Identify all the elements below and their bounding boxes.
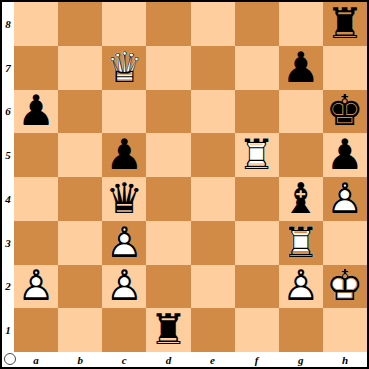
square-e4[interactable]: [191, 177, 235, 221]
file-label-h: h: [323, 352, 367, 367]
square-h2[interactable]: ♚♔: [323, 265, 367, 309]
square-g6[interactable]: [279, 90, 323, 134]
square-f4[interactable]: [235, 177, 279, 221]
piece-white-rook[interactable]: ♜♖: [279, 221, 323, 265]
piece-black-rook[interactable]: ♜: [146, 308, 190, 352]
pawn-glyph: ♟: [14, 90, 58, 134]
square-c8[interactable]: [102, 2, 146, 46]
square-a3[interactable]: [14, 221, 58, 265]
square-e1[interactable]: [191, 308, 235, 352]
file-label-c: c: [102, 352, 146, 367]
square-a5[interactable]: [14, 133, 58, 177]
square-b4[interactable]: [58, 177, 102, 221]
file-label-f: f: [235, 352, 279, 367]
piece-black-pawn[interactable]: ♟: [14, 90, 58, 134]
square-c5[interactable]: ♟: [102, 133, 146, 177]
piece-white-pawn[interactable]: ♟♙: [102, 265, 146, 309]
square-c3[interactable]: ♟♙: [102, 221, 146, 265]
square-g1[interactable]: [279, 308, 323, 352]
square-c6[interactable]: [102, 90, 146, 134]
piece-black-bishop[interactable]: ♝: [279, 177, 323, 221]
square-f2[interactable]: [235, 265, 279, 309]
pawn-outline-glyph: ♙: [102, 221, 146, 265]
square-h8[interactable]: ♜: [323, 2, 367, 46]
file-label-b: b: [58, 352, 102, 367]
rank-label-6: 6: [2, 90, 14, 134]
square-d8[interactable]: [146, 2, 190, 46]
square-f5[interactable]: ♜♖: [235, 133, 279, 177]
file-labels: abcdefgh: [14, 352, 367, 367]
square-e8[interactable]: [191, 2, 235, 46]
square-h3[interactable]: [323, 221, 367, 265]
pawn-glyph: ♟: [323, 133, 367, 177]
square-f3[interactable]: [235, 221, 279, 265]
square-d6[interactable]: [146, 90, 190, 134]
pawn-outline-glyph: ♙: [102, 265, 146, 309]
rook-glyph: ♜: [323, 2, 367, 46]
piece-black-king[interactable]: ♚: [323, 90, 367, 134]
square-d2[interactable]: [146, 265, 190, 309]
file-label-a: a: [14, 352, 58, 367]
square-h5[interactable]: ♟: [323, 133, 367, 177]
square-f1[interactable]: [235, 308, 279, 352]
piece-white-queen[interactable]: ♛♕: [102, 46, 146, 90]
square-h7[interactable]: [323, 46, 367, 90]
square-b7[interactable]: [58, 46, 102, 90]
rank-label-3: 3: [2, 221, 14, 265]
square-c7[interactable]: ♛♕: [102, 46, 146, 90]
square-f8[interactable]: [235, 2, 279, 46]
square-a8[interactable]: [14, 2, 58, 46]
white-to-move-indicator: [4, 353, 16, 365]
rook-glyph: ♜: [146, 308, 190, 352]
piece-black-rook[interactable]: ♜: [323, 2, 367, 46]
piece-white-king[interactable]: ♚♔: [323, 265, 367, 309]
file-label-e: e: [191, 352, 235, 367]
square-e3[interactable]: [191, 221, 235, 265]
square-g8[interactable]: [279, 2, 323, 46]
piece-white-pawn[interactable]: ♟♙: [323, 177, 367, 221]
king-outline-glyph: ♔: [323, 265, 367, 309]
square-e2[interactable]: [191, 265, 235, 309]
square-g3[interactable]: ♜♖: [279, 221, 323, 265]
square-b8[interactable]: [58, 2, 102, 46]
piece-white-pawn[interactable]: ♟♙: [14, 265, 58, 309]
piece-white-pawn[interactable]: ♟♙: [279, 265, 323, 309]
piece-black-pawn[interactable]: ♟: [323, 133, 367, 177]
square-g4[interactable]: ♝: [279, 177, 323, 221]
pawn-glyph: ♟: [102, 133, 146, 177]
pawn-glyph: ♟: [279, 46, 323, 90]
square-a7[interactable]: [14, 46, 58, 90]
square-g5[interactable]: [279, 133, 323, 177]
square-b5[interactable]: [58, 133, 102, 177]
pawn-outline-glyph: ♙: [14, 265, 58, 309]
square-b6[interactable]: [58, 90, 102, 134]
square-e6[interactable]: [191, 90, 235, 134]
square-d1[interactable]: ♜: [146, 308, 190, 352]
file-label-d: d: [146, 352, 190, 367]
rank-label-4: 4: [2, 177, 14, 221]
piece-black-pawn[interactable]: ♟: [279, 46, 323, 90]
square-f6[interactable]: [235, 90, 279, 134]
square-a2[interactable]: ♟♙: [14, 265, 58, 309]
square-d7[interactable]: [146, 46, 190, 90]
piece-black-queen[interactable]: ♛: [102, 177, 146, 221]
file-label-g: g: [279, 352, 323, 367]
rank-label-7: 7: [2, 46, 14, 90]
square-e5[interactable]: [191, 133, 235, 177]
piece-white-rook[interactable]: ♜♖: [235, 133, 279, 177]
square-h4[interactable]: ♟♙: [323, 177, 367, 221]
bishop-glyph: ♝: [279, 177, 323, 221]
rank-label-8: 8: [2, 2, 14, 46]
piece-black-pawn[interactable]: ♟: [102, 133, 146, 177]
square-d3[interactable]: [146, 221, 190, 265]
chess-diagram: 87654321 ♜♛♕♟♟♚♟♜♖♟♛♝♟♙♟♙♜♖♟♙♟♙♟♙♚♔♜ abc…: [0, 0, 369, 369]
rook-outline-glyph: ♖: [235, 133, 279, 177]
square-c1[interactable]: [102, 308, 146, 352]
rank-label-5: 5: [2, 133, 14, 177]
board: ♜♛♕♟♟♚♟♜♖♟♛♝♟♙♟♙♜♖♟♙♟♙♟♙♚♔♜: [14, 2, 367, 352]
square-f7[interactable]: [235, 46, 279, 90]
queen-glyph: ♛: [102, 177, 146, 221]
square-b1[interactable]: [58, 308, 102, 352]
square-b3[interactable]: [58, 221, 102, 265]
square-b2[interactable]: [58, 265, 102, 309]
rank-labels: 87654321: [2, 2, 14, 352]
square-g2[interactable]: ♟♙: [279, 265, 323, 309]
queen-outline-glyph: ♕: [102, 46, 146, 90]
square-c2[interactable]: ♟♙: [102, 265, 146, 309]
square-d5[interactable]: [146, 133, 190, 177]
square-a1[interactable]: [14, 308, 58, 352]
piece-white-pawn[interactable]: ♟♙: [102, 221, 146, 265]
square-d4[interactable]: [146, 177, 190, 221]
king-glyph: ♚: [323, 90, 367, 134]
pawn-outline-glyph: ♙: [323, 177, 367, 221]
rank-label-2: 2: [2, 265, 14, 309]
square-a6[interactable]: ♟: [14, 90, 58, 134]
square-a4[interactable]: [14, 177, 58, 221]
rook-outline-glyph: ♖: [279, 221, 323, 265]
square-c4[interactable]: ♛: [102, 177, 146, 221]
square-g7[interactable]: ♟: [279, 46, 323, 90]
rank-label-1: 1: [2, 308, 14, 352]
square-h6[interactable]: ♚: [323, 90, 367, 134]
square-h1[interactable]: [323, 308, 367, 352]
pawn-outline-glyph: ♙: [279, 265, 323, 309]
square-e7[interactable]: [191, 46, 235, 90]
